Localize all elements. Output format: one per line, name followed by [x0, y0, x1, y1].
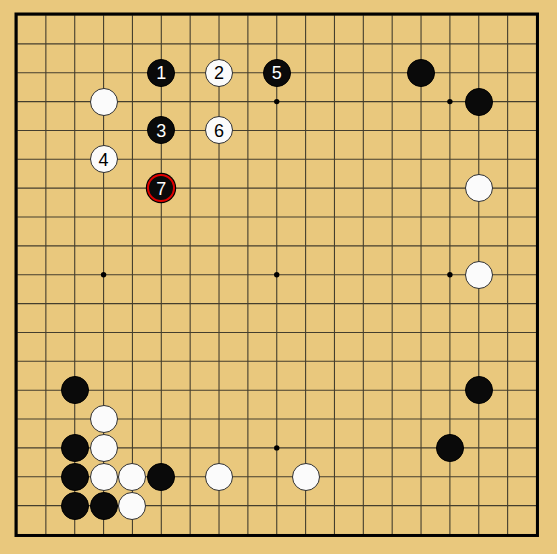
white-stone[interactable]: [205, 463, 233, 491]
white-stone[interactable]: [90, 405, 118, 433]
board-point: [464, 174, 493, 203]
board-point: [118, 462, 147, 491]
board-point: [118, 491, 147, 520]
move-2-white-stone[interactable]: 2: [205, 59, 233, 87]
board-point: [464, 87, 493, 116]
board-point: 6: [205, 116, 234, 145]
move-3-black-stone[interactable]: 3: [147, 116, 175, 144]
board-point: [205, 462, 234, 491]
white-stone[interactable]: [90, 434, 118, 462]
move-6-white-stone[interactable]: 6: [205, 116, 233, 144]
black-stone[interactable]: [465, 88, 493, 116]
white-stone[interactable]: [118, 463, 146, 491]
white-stone[interactable]: [465, 174, 493, 202]
board-point: [89, 87, 118, 116]
board-point: [60, 433, 89, 462]
move-4-white-stone[interactable]: 4: [90, 145, 118, 173]
move-5-black-stone[interactable]: 5: [263, 59, 291, 87]
board-point: [60, 462, 89, 491]
board-point: [147, 462, 176, 491]
black-stone[interactable]: [407, 59, 435, 87]
board-point: 3: [147, 116, 176, 145]
board-point: [435, 433, 464, 462]
black-stone[interactable]: [61, 434, 89, 462]
black-stone[interactable]: [90, 492, 118, 520]
board-point: 2: [205, 58, 234, 87]
white-stone[interactable]: [90, 88, 118, 116]
white-stone[interactable]: [465, 261, 493, 289]
board-point: [89, 433, 118, 462]
go-board[interactable]: 1234567: [17, 15, 537, 535]
board-point: 4: [89, 145, 118, 174]
black-stone[interactable]: [436, 434, 464, 462]
black-stone[interactable]: [465, 376, 493, 404]
white-stone[interactable]: [90, 463, 118, 491]
board-point: [89, 491, 118, 520]
black-stone[interactable]: [147, 463, 175, 491]
black-stone[interactable]: [61, 463, 89, 491]
board-point: [60, 376, 89, 405]
board-point: [89, 405, 118, 434]
move-7-black-stone-last-move[interactable]: 7: [147, 174, 175, 202]
board-point: [464, 376, 493, 405]
board-point: [60, 491, 89, 520]
board-point: 7: [147, 174, 176, 203]
go-diagram: 1234567: [0, 0, 557, 554]
white-stone[interactable]: [118, 492, 146, 520]
board-point: [89, 462, 118, 491]
board-point: 5: [262, 58, 291, 87]
board-intersections-grid[interactable]: 1234567: [3, 1, 551, 549]
board-point: 1: [147, 58, 176, 87]
move-1-black-stone[interactable]: 1: [147, 59, 175, 87]
black-stone[interactable]: [61, 376, 89, 404]
board-point: [291, 462, 320, 491]
board-point: [407, 58, 436, 87]
white-stone[interactable]: [292, 463, 320, 491]
board-point: [464, 260, 493, 289]
black-stone[interactable]: [61, 492, 89, 520]
